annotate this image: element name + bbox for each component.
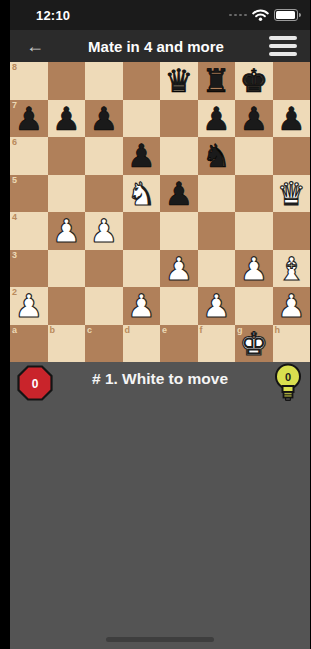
square-c4[interactable]: ♟ xyxy=(85,212,123,250)
piece-white-pawn[interactable]: ♟ xyxy=(10,287,48,325)
piece-black-pawn[interactable]: ♟ xyxy=(48,100,86,138)
coord-label-f: f xyxy=(200,326,203,335)
hamburger-bar xyxy=(269,52,297,56)
back-arrow-icon: ← xyxy=(26,36,44,57)
square-e5[interactable]: ♟ xyxy=(160,175,198,213)
square-b1[interactable]: b xyxy=(48,325,86,363)
square-d1[interactable]: d xyxy=(123,325,161,363)
square-a7[interactable]: 7♟ xyxy=(10,100,48,138)
chess-board: 8♛♜♚7♟♟♟♟♟♟6♟♞5♞♟♛4♟♟3♟♟♝2♟♟♟♟abcdefg♚h xyxy=(10,62,310,362)
puzzle-info-bar: 0 # 1. White to move 0 xyxy=(10,362,310,410)
app-screen: 12:10 ← Mate in 4 and more 8♛♜♚7♟♟♟♟♟♟6♟… xyxy=(10,0,310,649)
square-g8[interactable]: ♚ xyxy=(235,62,273,100)
coord-label-e: e xyxy=(162,326,167,335)
square-g5[interactable] xyxy=(235,175,273,213)
piece-black-knight[interactable]: ♞ xyxy=(198,137,236,175)
square-c7[interactable]: ♟ xyxy=(85,100,123,138)
square-a6[interactable]: 6 xyxy=(10,137,48,175)
square-f2[interactable]: ♟ xyxy=(198,287,236,325)
fail-counter-stop-icon[interactable]: 0 xyxy=(17,365,53,401)
page-title: Mate in 4 and more xyxy=(50,30,262,62)
square-h7[interactable]: ♟ xyxy=(273,100,311,138)
square-e8[interactable]: ♛ xyxy=(160,62,198,100)
piece-white-pawn[interactable]: ♟ xyxy=(235,250,273,288)
piece-white-pawn[interactable]: ♟ xyxy=(198,287,236,325)
piece-white-pawn[interactable]: ♟ xyxy=(85,212,123,250)
piece-black-queen[interactable]: ♛ xyxy=(160,62,198,100)
coord-label-3: 3 xyxy=(12,251,17,260)
square-h1[interactable]: h xyxy=(273,325,311,363)
square-b2[interactable] xyxy=(48,287,86,325)
square-c2[interactable] xyxy=(85,287,123,325)
coord-label-c: c xyxy=(87,326,92,335)
piece-black-pawn[interactable]: ♟ xyxy=(85,100,123,138)
hamburger-bar xyxy=(269,36,297,40)
coord-label-5: 5 xyxy=(12,176,17,185)
wifi-icon xyxy=(252,9,269,21)
piece-black-rook[interactable]: ♜ xyxy=(198,62,236,100)
square-a3[interactable]: 3 xyxy=(10,250,48,288)
square-g6[interactable] xyxy=(235,137,273,175)
clock: 12:10 xyxy=(36,8,70,23)
square-e6[interactable] xyxy=(160,137,198,175)
battery-icon xyxy=(274,9,298,21)
piece-white-pawn[interactable]: ♟ xyxy=(48,212,86,250)
square-b8[interactable] xyxy=(48,62,86,100)
piece-black-pawn[interactable]: ♟ xyxy=(273,100,311,138)
square-h6[interactable] xyxy=(273,137,311,175)
square-f1[interactable]: f xyxy=(198,325,236,363)
coord-label-4: 4 xyxy=(12,213,17,222)
square-h3[interactable]: ♝ xyxy=(273,250,311,288)
square-e2[interactable] xyxy=(160,287,198,325)
piece-black-pawn[interactable]: ♟ xyxy=(160,175,198,213)
square-c6[interactable] xyxy=(85,137,123,175)
square-h8[interactable] xyxy=(273,62,311,100)
coord-label-b: b xyxy=(50,326,56,335)
back-button[interactable]: ← xyxy=(20,30,50,62)
square-g4[interactable] xyxy=(235,212,273,250)
piece-black-king[interactable]: ♚ xyxy=(235,62,273,100)
piece-black-pawn[interactable]: ♟ xyxy=(235,100,273,138)
hint-count: 0 xyxy=(285,371,291,383)
hamburger-menu-button[interactable] xyxy=(269,36,297,56)
square-f8[interactable]: ♜ xyxy=(198,62,236,100)
square-b3[interactable] xyxy=(48,250,86,288)
piece-white-pawn[interactable]: ♟ xyxy=(273,287,311,325)
piece-white-knight[interactable]: ♞ xyxy=(123,175,161,213)
square-f4[interactable] xyxy=(198,212,236,250)
piece-white-pawn[interactable]: ♟ xyxy=(160,250,198,288)
status-icons xyxy=(229,9,298,21)
hint-lightbulb-icon[interactable]: 0 xyxy=(272,362,304,407)
square-g1[interactable]: g♚ xyxy=(235,325,273,363)
piece-black-pawn[interactable]: ♟ xyxy=(10,100,48,138)
square-b5[interactable] xyxy=(48,175,86,213)
cellular-signal-icon xyxy=(229,14,247,17)
status-bar: 12:10 xyxy=(10,0,310,30)
piece-black-pawn[interactable]: ♟ xyxy=(198,100,236,138)
square-f3[interactable] xyxy=(198,250,236,288)
square-b4[interactable]: ♟ xyxy=(48,212,86,250)
coord-label-a: a xyxy=(12,326,17,335)
square-a1[interactable]: a xyxy=(10,325,48,363)
square-f7[interactable]: ♟ xyxy=(198,100,236,138)
square-a8[interactable]: 8 xyxy=(10,62,48,100)
fail-count: 0 xyxy=(32,377,39,391)
square-h5[interactable]: ♛ xyxy=(273,175,311,213)
square-g3[interactable]: ♟ xyxy=(235,250,273,288)
square-e1[interactable]: e xyxy=(160,325,198,363)
square-e7[interactable] xyxy=(160,100,198,138)
square-d8[interactable] xyxy=(123,62,161,100)
puzzle-status-text: # 1. White to move xyxy=(55,370,265,388)
piece-black-pawn[interactable]: ♟ xyxy=(123,137,161,175)
square-f5[interactable] xyxy=(198,175,236,213)
square-d4[interactable] xyxy=(123,212,161,250)
coord-label-8: 8 xyxy=(12,63,17,72)
square-d7[interactable] xyxy=(123,100,161,138)
nav-bar: ← Mate in 4 and more xyxy=(10,30,310,62)
square-h4[interactable] xyxy=(273,212,311,250)
square-c3[interactable] xyxy=(85,250,123,288)
piece-white-pawn[interactable]: ♟ xyxy=(123,287,161,325)
coord-label-d: d xyxy=(125,326,131,335)
square-c5[interactable] xyxy=(85,175,123,213)
home-indicator[interactable] xyxy=(106,637,214,642)
square-a2[interactable]: 2♟ xyxy=(10,287,48,325)
square-h2[interactable]: ♟ xyxy=(273,287,311,325)
square-g7[interactable]: ♟ xyxy=(235,100,273,138)
coord-label-6: 6 xyxy=(12,138,17,147)
coord-label-h: h xyxy=(275,326,281,335)
square-f6[interactable]: ♞ xyxy=(198,137,236,175)
square-b7[interactable]: ♟ xyxy=(48,100,86,138)
square-e3[interactable]: ♟ xyxy=(160,250,198,288)
square-a5[interactable]: 5 xyxy=(10,175,48,213)
square-d5[interactable]: ♞ xyxy=(123,175,161,213)
square-c1[interactable]: c xyxy=(85,325,123,363)
square-d2[interactable]: ♟ xyxy=(123,287,161,325)
piece-white-king[interactable]: ♚ xyxy=(235,325,273,363)
hamburger-bar xyxy=(269,44,297,48)
square-b6[interactable] xyxy=(48,137,86,175)
piece-white-queen[interactable]: ♛ xyxy=(273,175,311,213)
square-e4[interactable] xyxy=(160,212,198,250)
square-a4[interactable]: 4 xyxy=(10,212,48,250)
square-c8[interactable] xyxy=(85,62,123,100)
piece-white-bishop[interactable]: ♝ xyxy=(273,250,311,288)
square-d6[interactable]: ♟ xyxy=(123,137,161,175)
square-g2[interactable] xyxy=(235,287,273,325)
square-d3[interactable] xyxy=(123,250,161,288)
